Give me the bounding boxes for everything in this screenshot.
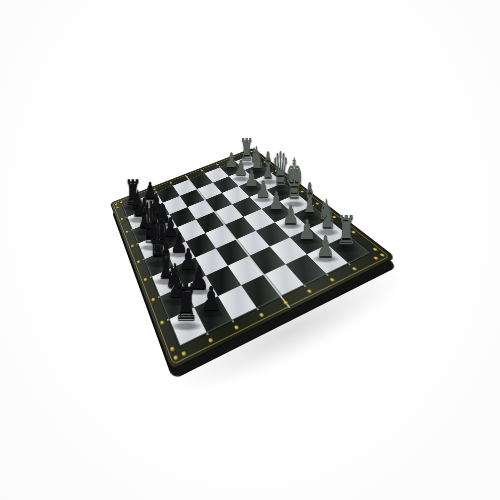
piece-white-pawn: ♟ <box>298 216 316 243</box>
pieces-layer: ♜♞♝♛♚♝♞♜♟♟♟♟♟♟♟♟♟♟♟♟♟♟♟♟♜♞♝♛♚♝♞♜ <box>0 0 500 500</box>
piece-white-knight: ♞ <box>317 195 336 234</box>
piece-white-pawn: ♟ <box>282 202 299 228</box>
piece-black-rook: ♜ <box>174 279 199 328</box>
photo-stage: ♜♞♝♛♚♝♞♜♟♟♟♟♟♟♟♟♟♟♟♟♟♟♟♟♜♞♝♛♚♝♞♜ <box>0 0 500 500</box>
piece-white-pawn: ♟ <box>316 232 335 261</box>
piece-white-rook: ♜ <box>336 211 357 251</box>
piece-black-pawn: ♟ <box>200 283 222 316</box>
